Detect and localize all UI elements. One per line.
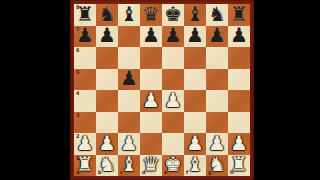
square-d7[interactable]: ♟ [140,26,162,48]
square-d2[interactable] [140,133,162,155]
rank-label-8: 8 [76,5,79,10]
square-a8[interactable]: 8♜ [74,4,96,26]
file-label-g: g [208,170,212,175]
square-b2[interactable]: ♟ [96,133,118,155]
square-b4[interactable] [96,90,118,112]
square-g4[interactable] [206,90,228,112]
black-pawn-icon: ♟ [76,25,94,45]
square-f6[interactable] [184,47,206,69]
square-a4[interactable]: 4 [74,90,96,112]
square-h2[interactable]: ♟ [228,133,250,155]
black-king-icon: ♚ [164,4,182,24]
white-knight-icon: ♞ [98,154,116,174]
rank-label-3: 3 [76,113,79,118]
file-label-f: f [186,170,188,175]
square-f7[interactable]: ♟ [184,26,206,48]
square-f5[interactable] [184,69,206,91]
square-f2[interactable]: ♟ [184,133,206,155]
square-d4[interactable]: ♟ [140,90,162,112]
rank-label-2: 2 [76,134,79,139]
file-label-b: b [98,170,102,175]
square-a2[interactable]: 2♟ [74,133,96,155]
square-f8[interactable]: ♝ [184,4,206,26]
black-pawn-icon: ♟ [98,25,116,45]
square-e7[interactable]: ♟ [162,26,184,48]
square-b1[interactable]: b♞ [96,155,118,177]
square-d5[interactable] [140,69,162,91]
square-e1[interactable]: e♚ [162,155,184,177]
square-c2[interactable]: ♟ [118,133,140,155]
white-pawn-icon: ♟ [230,133,248,153]
file-label-a: a [76,170,79,175]
file-label-h: h [230,170,234,175]
square-b8[interactable]: ♞ [96,4,118,26]
white-king-icon: ♚ [164,154,182,174]
black-rook-icon: ♜ [230,4,248,24]
black-knight-icon: ♞ [208,4,226,24]
square-h6[interactable] [228,47,250,69]
black-pawn-icon: ♟ [142,25,160,45]
white-pawn-icon: ♟ [142,90,160,110]
square-h1[interactable]: h♜ [228,155,250,177]
white-rook-icon: ♜ [230,154,248,174]
square-c5[interactable]: ♟ [118,69,140,91]
black-pawn-icon: ♟ [164,25,182,45]
square-d8[interactable]: ♛ [140,4,162,26]
black-pawn-icon: ♟ [120,68,138,88]
square-a7[interactable]: 7♟ [74,26,96,48]
square-h7[interactable]: ♟ [228,26,250,48]
black-queen-icon: ♛ [142,4,160,24]
white-pawn-icon: ♟ [98,133,116,153]
white-pawn-icon: ♟ [120,133,138,153]
square-c3[interactable] [118,112,140,134]
square-d3[interactable] [140,112,162,134]
square-g5[interactable] [206,69,228,91]
square-a1[interactable]: 1a♜ [74,155,96,177]
square-b7[interactable]: ♟ [96,26,118,48]
square-f1[interactable]: f♝ [184,155,206,177]
white-rook-icon: ♜ [76,154,94,174]
square-b3[interactable] [96,112,118,134]
square-e5[interactable] [162,69,184,91]
black-bishop-icon: ♝ [120,4,138,24]
white-knight-icon: ♞ [208,154,226,174]
square-h4[interactable] [228,90,250,112]
square-c7[interactable] [118,26,140,48]
square-a3[interactable]: 3 [74,112,96,134]
square-g6[interactable] [206,47,228,69]
square-b6[interactable] [96,47,118,69]
square-d6[interactable] [140,47,162,69]
black-bishop-icon: ♝ [186,4,204,24]
rank-label-6: 6 [76,48,79,53]
black-pawn-icon: ♟ [186,25,204,45]
square-c6[interactable] [118,47,140,69]
square-e6[interactable] [162,47,184,69]
square-h8[interactable]: ♜ [228,4,250,26]
square-c1[interactable]: c♝ [118,155,140,177]
file-label-c: c [120,170,123,175]
square-g8[interactable]: ♞ [206,4,228,26]
white-bishop-icon: ♝ [120,154,138,174]
square-d1[interactable]: d♛ [140,155,162,177]
square-f3[interactable] [184,112,206,134]
square-g3[interactable] [206,112,228,134]
square-e2[interactable] [162,133,184,155]
black-pawn-icon: ♟ [230,25,248,45]
square-c8[interactable]: ♝ [118,4,140,26]
square-f4[interactable] [184,90,206,112]
square-e3[interactable] [162,112,184,134]
file-label-e: e [164,170,167,175]
board-grid: 8♜♞♝♛♚♝♞♜7♟♟♟♟♟♟♟65♟4♟♟32♟♟♟♟♟♟1a♜b♞c♝d♛… [74,4,250,176]
white-queen-icon: ♛ [142,154,160,174]
rank-label-5: 5 [76,70,79,75]
square-g1[interactable]: g♞ [206,155,228,177]
white-pawn-icon: ♟ [164,90,182,110]
square-b5[interactable] [96,69,118,91]
square-g2[interactable]: ♟ [206,133,228,155]
square-c4[interactable] [118,90,140,112]
white-bishop-icon: ♝ [186,154,204,174]
square-a6[interactable]: 6 [74,47,96,69]
black-pawn-icon: ♟ [208,25,226,45]
white-pawn-icon: ♟ [208,133,226,153]
white-pawn-icon: ♟ [186,133,204,153]
rank-label-7: 7 [76,27,79,32]
rank-label-4: 4 [76,91,79,96]
white-pawn-icon: ♟ [76,133,94,153]
square-a5[interactable]: 5 [74,69,96,91]
black-rook-icon: ♜ [76,4,94,24]
black-knight-icon: ♞ [98,4,116,24]
square-h3[interactable] [228,112,250,134]
square-e4[interactable]: ♟ [162,90,184,112]
file-label-d: d [142,170,146,175]
square-g7[interactable]: ♟ [206,26,228,48]
rank-label-1: 1 [76,156,79,161]
square-e8[interactable]: ♚ [162,4,184,26]
square-h5[interactable] [228,69,250,91]
chess-board-frame: 8♜♞♝♛♚♝♞♜7♟♟♟♟♟♟♟65♟4♟♟32♟♟♟♟♟♟1a♜b♞c♝d♛… [70,0,254,180]
